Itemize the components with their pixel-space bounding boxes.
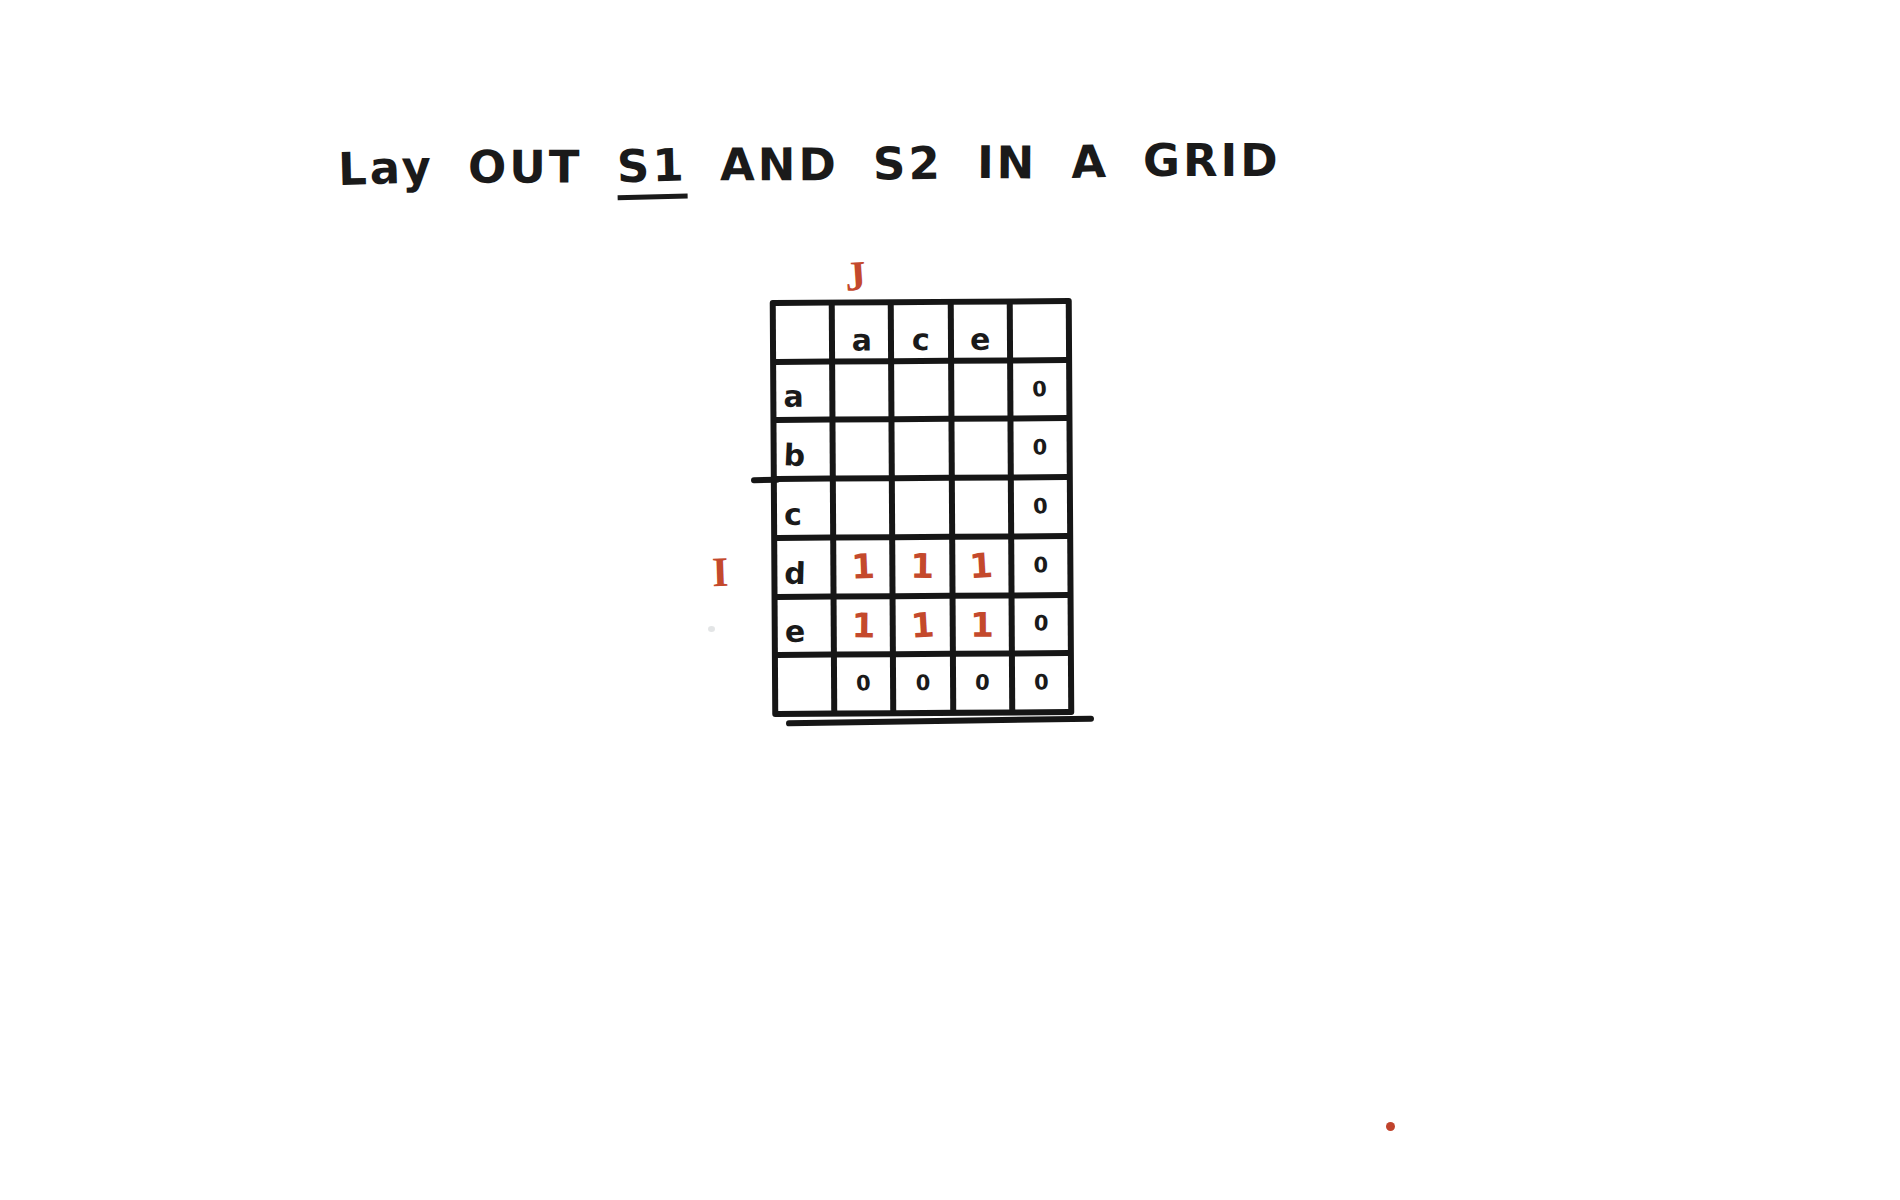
grid-cell-r6c2: 0 [896, 657, 950, 710]
grid-cell-r2c1 [836, 423, 890, 476]
grid-cell-r0c1: a [835, 305, 889, 358]
grid-cell-r5c0: e [778, 599, 832, 652]
grid-left-overshoot-stroke [751, 477, 780, 484]
grid-cell-r2c3 [954, 422, 1008, 475]
page-title: Lay OUT S1 AND S2 IN A GRID [338, 134, 1281, 202]
grid-cell-r3c3 [954, 481, 1008, 534]
grid-cell-r1c1 [835, 364, 889, 417]
grid-cell-r6c4: 0 [1015, 656, 1069, 709]
title-word-s2: S2 [873, 136, 944, 190]
grid-cell-r4c0: d [777, 540, 831, 593]
grid-cell-r1c4: 0 [1013, 363, 1067, 416]
grid-cell-r0c3: e [953, 304, 1007, 357]
title-word-lay: Lay [337, 140, 434, 195]
grid-cell-r3c0: c [777, 482, 831, 535]
grid-cell-r2c2 [895, 422, 949, 475]
grid-cell-r2c0: b [776, 423, 830, 476]
grid-cell-r4c2: 1 [896, 540, 950, 593]
grid-cell-r5c2: 1 [896, 598, 950, 651]
grid-cell-r1c3 [954, 363, 1008, 416]
title-word-grid: GRID [1143, 134, 1281, 187]
col-axis-label-j: J [843, 251, 867, 300]
title-word-out: OUT [468, 140, 583, 193]
grid-cell-r0c0 [776, 306, 830, 359]
grid-cell-r0c2: c [894, 305, 948, 358]
grid-cell-r4c3: 1 [955, 539, 1009, 592]
grid-bottom-double-stroke [786, 716, 1094, 727]
title-word-s1: S1 [616, 139, 687, 201]
title-word-in: IN [977, 136, 1038, 189]
grid-cell-r6c1: 0 [837, 657, 891, 710]
stray-red-dot [1386, 1122, 1395, 1131]
grid-cell-r1c2 [895, 364, 949, 417]
grid-cell-r4c1: 1 [836, 540, 890, 593]
dp-grid: acea0b0c0d1110e11100000 [770, 298, 1075, 717]
grid-cell-r5c4: 0 [1014, 598, 1068, 651]
grid-cell-r3c1 [836, 481, 890, 534]
grid-cell-r6c3: 0 [956, 657, 1010, 710]
grid-cell-r6c0 [778, 658, 832, 711]
grid-cell-r3c4: 0 [1014, 480, 1068, 533]
whiteboard-canvas: { "game": "dynamic-programming grid sket… [0, 0, 1900, 1200]
grid-cell-r2c4: 0 [1013, 422, 1067, 475]
grid-cell-r5c3: 1 [955, 598, 1009, 651]
title-word-a: A [1070, 135, 1109, 189]
grid-cell-r3c2 [895, 481, 949, 534]
faint-smudge [708, 626, 715, 632]
grid-cell-r1c0: a [776, 364, 830, 417]
grid-cell-r5c1: 1 [837, 599, 891, 652]
grid-cell-r0c4 [1013, 304, 1067, 357]
title-word-and: AND [720, 138, 839, 191]
grid-cell-r4c4: 0 [1014, 539, 1068, 592]
row-axis-label-i: I [711, 548, 729, 597]
